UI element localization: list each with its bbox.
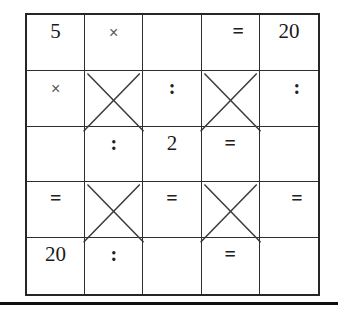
cell-r4c3: =	[143, 182, 201, 238]
cell-value: :	[294, 76, 301, 98]
cell-value: 20	[278, 20, 299, 42]
cell-value: 5	[50, 20, 61, 42]
cell-value: :	[110, 243, 117, 265]
cell-r1c3[interactable]	[143, 15, 201, 71]
cell-value: :	[169, 76, 176, 98]
puzzle-grid: 5×=20×:::2====20:=	[25, 13, 320, 296]
cell-r3c5[interactable]	[260, 127, 318, 183]
cell-value: ×	[109, 22, 118, 44]
cell-r3c3: 2	[143, 127, 201, 183]
cell-r3c2: :	[85, 127, 143, 183]
cell-value: =	[50, 187, 61, 209]
cell-value: 20	[45, 243, 66, 265]
cell-r2c5: :	[260, 71, 318, 127]
cross-out-icon	[202, 71, 259, 126]
cell-value: 2	[167, 132, 178, 154]
cell-r1c4: =	[202, 15, 260, 71]
cell-r5c2: :	[85, 238, 143, 294]
cell-value: =	[224, 243, 235, 265]
cell-r1c2: ×	[85, 15, 143, 71]
cell-r4c1: =	[27, 182, 85, 238]
puzzle-screenshot: 5×=20×:::2====20:=	[0, 0, 338, 312]
cell-r5c5[interactable]	[260, 238, 318, 294]
cross-out-icon	[202, 182, 259, 237]
cell-value: =	[166, 187, 177, 209]
cell-r4c4	[202, 182, 260, 238]
cell-r2c4	[202, 71, 260, 127]
cell-r5c1: 20	[27, 238, 85, 294]
cell-r3c4: =	[202, 127, 260, 183]
cell-value: =	[232, 20, 243, 42]
cell-r2c2	[85, 71, 143, 127]
cell-r4c2	[85, 182, 143, 238]
cell-r2c3: :	[143, 71, 201, 127]
cell-value: :	[110, 132, 117, 154]
cell-r1c1: 5	[27, 15, 85, 71]
cell-r5c4: =	[202, 238, 260, 294]
cell-r1c5: 20	[260, 15, 318, 71]
bottom-divider-rule	[0, 302, 338, 305]
cell-r2c1: ×	[27, 71, 85, 127]
cell-r4c5: =	[260, 182, 318, 238]
cross-out-icon	[85, 182, 142, 237]
cell-r3c1[interactable]	[27, 127, 85, 183]
cell-value: ×	[51, 78, 60, 100]
cell-r5c3[interactable]	[143, 238, 201, 294]
cell-value: =	[224, 132, 235, 154]
cross-out-icon	[85, 71, 142, 126]
cell-value: =	[291, 187, 302, 209]
